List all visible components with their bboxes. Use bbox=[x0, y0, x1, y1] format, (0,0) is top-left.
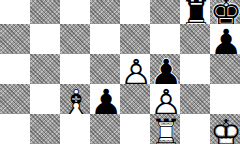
white-rook-fill-layer: ♜ bbox=[150, 115, 180, 144]
square-r2c3[interactable] bbox=[90, 54, 120, 84]
black-pawn-piece[interactable]: ♟ bbox=[210, 24, 240, 54]
square-r4c2[interactable] bbox=[60, 114, 90, 144]
black-king-piece[interactable]: ♚ bbox=[210, 0, 240, 24]
white-king-outline-layer: ♔ bbox=[210, 115, 240, 144]
square-r3c1[interactable] bbox=[30, 84, 60, 114]
square-r3c3[interactable]: ♟ bbox=[90, 84, 120, 114]
square-r1c0[interactable] bbox=[0, 24, 30, 54]
square-r4c0[interactable] bbox=[0, 114, 30, 144]
square-r4c3[interactable] bbox=[90, 114, 120, 144]
square-r0c6[interactable]: ♜ bbox=[180, 0, 210, 24]
square-r0c4[interactable] bbox=[120, 0, 150, 24]
square-r1c4[interactable] bbox=[120, 24, 150, 54]
square-r3c6[interactable] bbox=[180, 84, 210, 114]
square-r2c5[interactable]: ♟ bbox=[150, 54, 180, 84]
square-r2c2[interactable] bbox=[60, 54, 90, 84]
black-pawn-piece[interactable]: ♟ bbox=[150, 54, 180, 84]
black-pawn-piece[interactable]: ♟ bbox=[90, 84, 120, 114]
square-r4c7[interactable]: ♚♔ bbox=[210, 114, 240, 144]
square-r1c1[interactable] bbox=[30, 24, 60, 54]
white-rook-piece[interactable]: ♜♖ bbox=[150, 114, 180, 144]
square-r2c7[interactable] bbox=[210, 54, 240, 84]
square-r3c7[interactable] bbox=[210, 84, 240, 114]
square-r1c7[interactable]: ♟ bbox=[210, 24, 240, 54]
square-r2c1[interactable] bbox=[30, 54, 60, 84]
white-pawn-piece[interactable]: ♟♙ bbox=[150, 84, 180, 114]
square-r1c3[interactable] bbox=[90, 24, 120, 54]
square-r2c6[interactable] bbox=[180, 54, 210, 84]
chess-board: ♜♚♟♟♙♟♝♗♟♟♙♜♖♚♔ bbox=[0, 0, 240, 144]
square-r4c4[interactable] bbox=[120, 114, 150, 144]
square-r2c4[interactable]: ♟♙ bbox=[120, 54, 150, 84]
black-rook-piece[interactable]: ♜ bbox=[180, 0, 210, 24]
square-r3c0[interactable] bbox=[0, 84, 30, 114]
white-king-fill-layer: ♚ bbox=[210, 115, 240, 144]
square-r2c0[interactable] bbox=[0, 54, 30, 84]
white-pawn-piece[interactable]: ♟♙ bbox=[120, 54, 150, 84]
square-r1c2[interactable] bbox=[60, 24, 90, 54]
square-r0c7[interactable]: ♚ bbox=[210, 0, 240, 24]
square-r3c4[interactable] bbox=[120, 84, 150, 114]
black-rook-glyph: ♜ bbox=[180, 0, 210, 24]
square-r0c5[interactable] bbox=[150, 0, 180, 24]
white-bishop-piece[interactable]: ♝♗ bbox=[60, 84, 90, 114]
white-rook-outline-layer: ♖ bbox=[150, 115, 180, 144]
square-r3c2[interactable]: ♝♗ bbox=[60, 84, 90, 114]
square-r4c6[interactable] bbox=[180, 114, 210, 144]
square-r4c5[interactable]: ♜♖ bbox=[150, 114, 180, 144]
square-r4c1[interactable] bbox=[30, 114, 60, 144]
square-r3c5[interactable]: ♟♙ bbox=[150, 84, 180, 114]
square-r1c6[interactable] bbox=[180, 24, 210, 54]
square-r0c1[interactable] bbox=[30, 0, 60, 24]
square-r0c0[interactable] bbox=[0, 0, 30, 24]
square-r0c2[interactable] bbox=[60, 0, 90, 24]
chess-diagram: ♜♚♟♟♙♟♝♗♟♟♙♜♖♚♔ bbox=[0, 0, 240, 144]
square-r1c5[interactable] bbox=[150, 24, 180, 54]
white-king-piece[interactable]: ♚♔ bbox=[210, 114, 240, 144]
square-r0c3[interactable] bbox=[90, 0, 120, 24]
black-king-glyph: ♚ bbox=[210, 0, 240, 24]
